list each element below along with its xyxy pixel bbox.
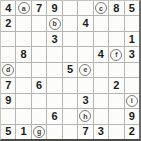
given-digit: 7 bbox=[36, 3, 42, 14]
cell-r1c2[interactable]: a bbox=[16, 1, 30, 15]
cell-r9c1[interactable]: 5 bbox=[1, 125, 15, 139]
cell-r7c2[interactable] bbox=[16, 94, 30, 108]
cell-r3c3[interactable] bbox=[32, 32, 46, 46]
cell-r3c9[interactable]: 1 bbox=[125, 32, 139, 46]
cell-r6c8[interactable]: 2 bbox=[109, 78, 123, 92]
cell-r1c6[interactable] bbox=[78, 1, 92, 15]
cell-r4c1[interactable] bbox=[1, 47, 15, 61]
cell-r6c3[interactable]: 6 bbox=[32, 78, 46, 92]
cell-r3c6[interactable] bbox=[78, 32, 92, 46]
cell-r8c7[interactable] bbox=[94, 109, 108, 123]
cell-r2c9[interactable] bbox=[125, 16, 139, 30]
circled-letter-b: b bbox=[49, 18, 61, 30]
cell-r8c3[interactable] bbox=[32, 109, 46, 123]
cell-r4c3[interactable] bbox=[32, 47, 46, 61]
given-digit: 2 bbox=[113, 80, 119, 91]
circled-letter-f: f bbox=[110, 49, 122, 61]
cell-r2c2[interactable] bbox=[16, 16, 30, 30]
cell-r3c4[interactable]: 3 bbox=[47, 32, 61, 46]
circled-letter-a: a bbox=[18, 2, 30, 14]
cell-r8c9[interactable]: 9 bbox=[125, 109, 139, 123]
cell-r3c7[interactable] bbox=[94, 32, 108, 46]
cell-r6c1[interactable]: 7 bbox=[1, 78, 15, 92]
cell-r5c6[interactable]: e bbox=[78, 63, 92, 77]
cell-r1c8[interactable]: 8 bbox=[109, 1, 123, 15]
given-digit: 6 bbox=[36, 80, 42, 91]
given-digit: 8 bbox=[113, 3, 119, 14]
cell-r4c8[interactable]: f bbox=[109, 47, 123, 61]
cell-r6c4[interactable] bbox=[47, 78, 61, 92]
cell-r8c8[interactable] bbox=[109, 109, 123, 123]
cell-r8c1[interactable] bbox=[1, 109, 15, 123]
given-digit: 1 bbox=[21, 126, 27, 137]
cell-r4c2[interactable]: 8 bbox=[16, 47, 30, 61]
cell-r8c5[interactable] bbox=[63, 109, 77, 123]
cell-r2c8[interactable] bbox=[109, 16, 123, 30]
given-digit: 7 bbox=[82, 126, 88, 137]
given-digit: 5 bbox=[5, 126, 11, 137]
cell-r7c4[interactable] bbox=[47, 94, 61, 108]
cell-r3c1[interactable] bbox=[1, 32, 15, 46]
cell-r9c4[interactable] bbox=[47, 125, 61, 139]
cell-r5c2[interactable] bbox=[16, 63, 30, 77]
cell-r1c9[interactable]: 5 bbox=[125, 1, 139, 15]
cell-r2c4[interactable]: b bbox=[47, 16, 61, 30]
cell-r6c2[interactable] bbox=[16, 78, 30, 92]
cell-r5c5[interactable]: 5 bbox=[63, 63, 77, 77]
given-digit: 4 bbox=[5, 3, 11, 14]
given-digit: 7 bbox=[5, 80, 11, 91]
cell-r4c7[interactable]: 4 bbox=[94, 47, 108, 61]
cell-r2c1[interactable]: 2 bbox=[1, 16, 15, 30]
cell-r9c2[interactable]: 1 bbox=[16, 125, 30, 139]
cell-r3c8[interactable] bbox=[109, 32, 123, 46]
cell-r4c4[interactable] bbox=[47, 47, 61, 61]
circled-letter-e: e bbox=[79, 64, 91, 76]
given-digit: 9 bbox=[129, 111, 135, 122]
cell-r5c8[interactable] bbox=[109, 63, 123, 77]
cell-r5c4[interactable] bbox=[47, 63, 61, 77]
given-digit: 4 bbox=[98, 49, 104, 60]
cell-r7c6[interactable]: 3 bbox=[78, 94, 92, 108]
cell-r6c9[interactable] bbox=[125, 78, 139, 92]
cell-r7c7[interactable] bbox=[94, 94, 108, 108]
circled-letter-i: i bbox=[126, 95, 138, 107]
cell-r9c9[interactable]: 2 bbox=[125, 125, 139, 139]
given-digit: 3 bbox=[51, 34, 57, 45]
given-digit: 5 bbox=[67, 64, 73, 75]
cell-r2c5[interactable] bbox=[63, 16, 77, 30]
cell-r6c6[interactable] bbox=[78, 78, 92, 92]
cell-r9c3[interactable]: g bbox=[32, 125, 46, 139]
circled-letter-g: g bbox=[33, 126, 45, 138]
cell-r1c1[interactable]: 4 bbox=[1, 1, 15, 15]
given-digit: 8 bbox=[21, 49, 27, 60]
cell-r1c7[interactable]: c bbox=[94, 1, 108, 15]
cell-r5c1[interactable]: d bbox=[1, 63, 15, 77]
cell-r1c5[interactable] bbox=[63, 1, 77, 15]
cell-r8c2[interactable] bbox=[16, 109, 30, 123]
cell-r2c7[interactable] bbox=[94, 16, 108, 30]
given-digit: 9 bbox=[5, 95, 11, 106]
cell-r9c6[interactable]: 7 bbox=[78, 125, 92, 139]
cell-r7c1[interactable]: 9 bbox=[1, 94, 15, 108]
cell-r9c8[interactable] bbox=[109, 125, 123, 139]
cell-r7c3[interactable] bbox=[32, 94, 46, 108]
cell-r2c6[interactable]: 4 bbox=[78, 16, 92, 30]
cell-r6c5[interactable] bbox=[63, 78, 77, 92]
cell-r3c5[interactable] bbox=[63, 32, 77, 46]
cell-r8c4[interactable]: 6 bbox=[47, 109, 61, 123]
cell-r9c7[interactable]: 3 bbox=[94, 125, 108, 139]
given-digit: 5 bbox=[129, 3, 135, 14]
cell-r1c4[interactable]: 9 bbox=[47, 1, 61, 15]
cell-r4c6[interactable] bbox=[78, 47, 92, 61]
circled-letter-h: h bbox=[79, 110, 91, 122]
circled-letter-c: c bbox=[95, 2, 107, 14]
cell-r7c8[interactable] bbox=[109, 94, 123, 108]
given-digit: 4 bbox=[82, 18, 88, 29]
given-digit: 3 bbox=[98, 126, 104, 137]
given-digit: 3 bbox=[129, 49, 135, 60]
cell-r7c5[interactable] bbox=[63, 94, 77, 108]
given-digit: 1 bbox=[129, 34, 135, 45]
cell-r1c3[interactable]: 7 bbox=[32, 1, 46, 15]
given-digit: 2 bbox=[129, 126, 135, 137]
given-digit: 9 bbox=[51, 3, 57, 14]
cell-r5c3[interactable] bbox=[32, 63, 46, 77]
cell-r4c5[interactable] bbox=[63, 47, 77, 61]
cell-r4c9[interactable]: 3 bbox=[125, 47, 139, 61]
given-digit: 2 bbox=[5, 18, 11, 29]
given-digit: 6 bbox=[51, 111, 57, 122]
cell-r7c9[interactable]: i bbox=[125, 94, 139, 108]
cell-r5c7[interactable] bbox=[94, 63, 108, 77]
cell-r5c9[interactable] bbox=[125, 63, 139, 77]
circled-letter-d: d bbox=[2, 64, 14, 76]
cell-r2c3[interactable] bbox=[32, 16, 46, 30]
cell-r9c5[interactable] bbox=[63, 125, 77, 139]
cell-r8c6[interactable]: h bbox=[78, 109, 92, 123]
cell-r6c7[interactable] bbox=[94, 78, 108, 92]
cell-r3c2[interactable] bbox=[16, 32, 30, 46]
given-digit: 3 bbox=[82, 95, 88, 106]
sudoku-board: 4a79c852b43184f3d5e76293i6h951g732 bbox=[0, 0, 141, 141]
